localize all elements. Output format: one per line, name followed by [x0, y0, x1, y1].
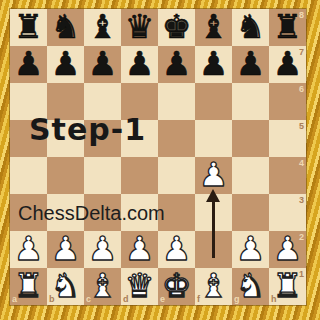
square-g3 — [232, 194, 269, 231]
square-b7: ♟ — [47, 46, 84, 83]
square-c7: ♟ — [84, 46, 121, 83]
rank-label-6: 6 — [299, 85, 304, 94]
square-g8: ♞ — [232, 9, 269, 46]
black-pawn-d7: ♟ — [121, 46, 158, 83]
square-c2: ♟ — [84, 231, 121, 268]
square-f7: ♟ — [195, 46, 232, 83]
white-pawn-b2: ♟ — [47, 231, 84, 268]
square-e4 — [158, 157, 195, 194]
square-h6: 6 — [269, 83, 306, 120]
rank-label-5: 5 — [299, 122, 304, 131]
square-b4 — [47, 157, 84, 194]
square-f6 — [195, 83, 232, 120]
square-g7: ♟ — [232, 46, 269, 83]
move-arrow-head — [206, 189, 220, 202]
rank-label-3: 3 — [299, 196, 304, 205]
white-pawn-c2: ♟ — [84, 231, 121, 268]
square-e6 — [158, 83, 195, 120]
square-h8: ♜8 — [269, 9, 306, 46]
black-pawn-e7: ♟ — [158, 46, 195, 83]
square-g4 — [232, 157, 269, 194]
file-label-h: h — [271, 295, 277, 304]
square-d4 — [121, 157, 158, 194]
square-g1: ♞g — [232, 268, 269, 305]
file-label-b: b — [49, 295, 55, 304]
watermark-text: ChessDelta.com — [18, 202, 165, 225]
file-label-c: c — [86, 295, 91, 304]
square-b8: ♞ — [47, 9, 84, 46]
black-pawn-f7: ♟ — [195, 46, 232, 83]
rank-label-7: 7 — [299, 48, 304, 57]
square-g6 — [232, 83, 269, 120]
square-a7: ♟ — [10, 46, 47, 83]
step-label: Step-1 — [29, 112, 146, 147]
white-pawn-e2: ♟ — [158, 231, 195, 268]
square-d2: ♟ — [121, 231, 158, 268]
square-a4 — [10, 157, 47, 194]
black-rook-a8: ♜ — [10, 9, 47, 46]
black-bishop-c8: ♝ — [84, 9, 121, 46]
file-label-a: a — [12, 295, 17, 304]
square-d7: ♟ — [121, 46, 158, 83]
square-e1: ♚e — [158, 268, 195, 305]
file-label-d: d — [123, 295, 129, 304]
square-h5: 5 — [269, 120, 306, 157]
gold-frame: ♜♞♝♛♚♝♞♜8♟♟♟♟♟♟♟♟765♟43♟♟♟♟♟♟♟2♜a♞b♝c♛d♚… — [0, 0, 320, 320]
square-e7: ♟ — [158, 46, 195, 83]
square-a1: ♜a — [10, 268, 47, 305]
square-e8: ♚ — [158, 9, 195, 46]
rank-label-8: 8 — [299, 11, 304, 20]
square-f8: ♝ — [195, 9, 232, 46]
square-e2: ♟ — [158, 231, 195, 268]
square-a8: ♜ — [10, 9, 47, 46]
square-c8: ♝ — [84, 9, 121, 46]
square-b2: ♟ — [47, 231, 84, 268]
square-e5 — [158, 120, 195, 157]
black-pawn-a7: ♟ — [10, 46, 47, 83]
file-label-e: e — [160, 295, 165, 304]
black-pawn-c7: ♟ — [84, 46, 121, 83]
file-label-g: g — [234, 295, 240, 304]
square-h2: ♟2 — [269, 231, 306, 268]
black-pawn-g7: ♟ — [232, 46, 269, 83]
square-a2: ♟ — [10, 231, 47, 268]
square-f1: ♝f — [195, 268, 232, 305]
chess-board: ♜♞♝♛♚♝♞♜8♟♟♟♟♟♟♟♟765♟43♟♟♟♟♟♟♟2♜a♞b♝c♛d♚… — [10, 9, 306, 305]
black-bishop-f8: ♝ — [195, 9, 232, 46]
file-label-f: f — [197, 295, 200, 304]
move-arrow-shaft — [212, 201, 215, 258]
rank-label-2: 2 — [299, 233, 304, 242]
black-pawn-b7: ♟ — [47, 46, 84, 83]
square-b1: ♞b — [47, 268, 84, 305]
square-h4: 4 — [269, 157, 306, 194]
black-knight-b8: ♞ — [47, 9, 84, 46]
square-g2: ♟ — [232, 231, 269, 268]
square-c1: ♝c — [84, 268, 121, 305]
black-knight-g8: ♞ — [232, 9, 269, 46]
white-pawn-a2: ♟ — [10, 231, 47, 268]
square-h1: ♜1h — [269, 268, 306, 305]
square-h7: ♟7 — [269, 46, 306, 83]
white-pawn-d2: ♟ — [121, 231, 158, 268]
square-h3: 3 — [269, 194, 306, 231]
square-c4 — [84, 157, 121, 194]
black-king-e8: ♚ — [158, 9, 195, 46]
white-bishop-f1: ♝ — [195, 268, 232, 305]
square-f5 — [195, 120, 232, 157]
square-g5 — [232, 120, 269, 157]
square-d8: ♛ — [121, 9, 158, 46]
rank-label-4: 4 — [299, 159, 304, 168]
black-queen-d8: ♛ — [121, 9, 158, 46]
white-pawn-g2: ♟ — [232, 231, 269, 268]
square-d1: ♛d — [121, 268, 158, 305]
rank-label-1: 1 — [299, 270, 304, 279]
